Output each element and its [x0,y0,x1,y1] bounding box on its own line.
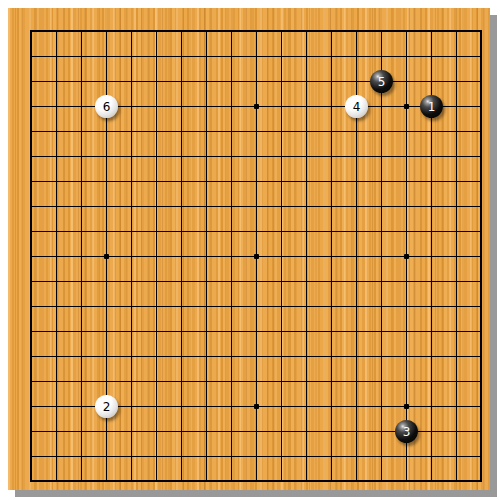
star-point [254,254,259,259]
stone-move-number: 3 [403,425,411,437]
grid-line-horizontal [30,381,482,382]
stone-move-number: 6 [103,100,111,112]
star-point [404,404,409,409]
grid-line-vertical [331,30,332,482]
stone-move-number: 2 [103,400,111,412]
black-stone-1[interactable]: 1 [420,95,443,118]
grid-line-vertical [281,30,282,482]
white-stone-6[interactable]: 6 [95,95,118,118]
grid-line-vertical [480,30,482,482]
star-point [404,104,409,109]
grid-line-vertical [381,30,382,482]
black-stone-3[interactable]: 3 [395,420,418,443]
grid-line-horizontal [30,456,482,457]
grid-line-vertical [456,30,457,482]
star-point [254,404,259,409]
stone-move-number: 5 [378,75,386,87]
grid-line-horizontal [30,356,482,357]
black-stone-5[interactable]: 5 [370,70,393,93]
white-stone-4[interactable]: 4 [345,95,368,118]
go-board[interactable]: 123456 [8,8,490,490]
stone-move-number: 1 [428,100,436,112]
grid-line-horizontal [30,331,482,332]
grid-line-vertical [306,30,307,482]
star-point [254,104,259,109]
grid-line-horizontal [30,306,482,307]
grid-line-horizontal [30,281,482,282]
star-point [404,254,409,259]
stone-move-number: 4 [353,100,361,112]
white-stone-2[interactable]: 2 [95,395,118,418]
grid-line-horizontal [30,480,482,482]
star-point [104,254,109,259]
